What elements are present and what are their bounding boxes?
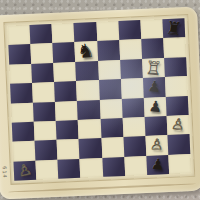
piece-black-rook-h8[interactable]: ♜ — [161, 17, 186, 39]
square-f7 — [119, 39, 142, 59]
square-h6 — [164, 57, 187, 77]
square-f8 — [118, 20, 141, 40]
square-c2 — [57, 139, 80, 159]
square-f2 — [123, 136, 146, 156]
square-c3 — [56, 120, 79, 140]
square-h7 — [163, 38, 186, 58]
frame-stamp-marks: 614 — [2, 166, 9, 179]
square-d2 — [79, 138, 102, 158]
square-a4 — [11, 102, 34, 122]
square-b4 — [33, 101, 56, 121]
square-a3 — [12, 122, 35, 142]
piece-black-pawn-g5[interactable]: ♟ — [142, 77, 166, 98]
square-c4 — [55, 100, 78, 120]
square-d1 — [80, 158, 103, 178]
square-h5 — [165, 76, 188, 96]
square-f1 — [124, 156, 147, 176]
square-f5 — [121, 78, 144, 98]
square-a8 — [8, 25, 31, 45]
square-a7 — [8, 44, 31, 64]
square-c8 — [52, 23, 75, 43]
square-h2 — [167, 134, 190, 154]
square-e8 — [96, 21, 119, 41]
square-d6 — [76, 61, 99, 81]
square-c6 — [53, 62, 76, 82]
square-e3 — [100, 118, 123, 138]
piece-white-pawn-h3[interactable]: ♙ — [166, 114, 191, 136]
square-b1 — [36, 159, 59, 179]
square-e2 — [101, 137, 124, 157]
square-b2 — [35, 140, 58, 160]
board-margin: ♜♞♖♟♟♙♙♟♙ — [3, 14, 195, 185]
square-e6 — [98, 60, 121, 80]
square-b7 — [30, 43, 53, 63]
board-grid: ♜♞♖♟♟♙♙♟♙ — [8, 18, 192, 181]
piece-black-pawn-g4[interactable]: ♟ — [143, 96, 167, 117]
square-b3 — [34, 121, 57, 141]
square-c1 — [58, 158, 81, 178]
square-e7 — [97, 40, 120, 60]
square-h4 — [166, 96, 189, 116]
square-d5 — [76, 80, 99, 100]
square-a6 — [9, 64, 32, 84]
square-e5 — [99, 79, 122, 99]
square-b6 — [31, 63, 54, 83]
square-b5 — [32, 82, 55, 102]
square-g7 — [141, 38, 164, 58]
square-f4 — [121, 98, 144, 118]
square-c5 — [54, 81, 77, 101]
piece-black-knight-d7[interactable]: ♞ — [74, 41, 97, 62]
square-f3 — [122, 117, 145, 137]
square-f6 — [120, 59, 143, 79]
square-g3 — [144, 116, 167, 136]
square-h1 — [168, 154, 191, 174]
square-a5 — [10, 83, 33, 103]
piece-black-pawn-g1[interactable]: ♟ — [146, 154, 170, 175]
square-g8 — [140, 19, 163, 39]
square-b8 — [30, 24, 53, 44]
chess-board: ♜♞♖♟♟♙♙♟♙ 614 — [0, 7, 200, 200]
square-d3 — [78, 119, 101, 139]
square-e1 — [102, 157, 125, 177]
square-e4 — [99, 98, 122, 118]
piece-white-pawn-g2[interactable]: ♙ — [145, 135, 169, 156]
piece-white-rook-g6[interactable]: ♖ — [141, 57, 165, 78]
square-c7 — [53, 42, 76, 62]
square-d4 — [77, 99, 100, 119]
